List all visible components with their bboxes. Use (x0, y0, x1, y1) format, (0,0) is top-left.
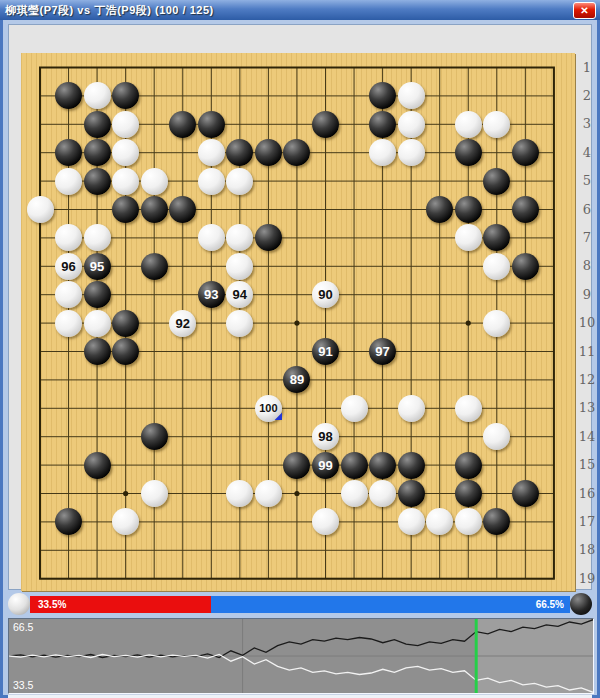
stone-black-N16 (398, 480, 425, 507)
stone-black-M11: 97 (369, 338, 396, 365)
stone-black-C11 (84, 338, 111, 365)
row-label-10: 10 (575, 315, 599, 330)
row-label-5: 5 (575, 173, 599, 188)
white-stone-icon (8, 593, 30, 615)
move-number: 89 (290, 373, 304, 386)
move-number: 90 (318, 288, 332, 301)
winrate-plot (9, 619, 593, 693)
row-label-4: 4 (575, 145, 599, 160)
stone-black-P6 (455, 196, 482, 223)
graph-black-value: 66.5 (13, 621, 33, 633)
stone-black-P16 (455, 480, 482, 507)
black-winrate-label: 66.5% (536, 599, 564, 610)
stone-white-G7 (198, 224, 225, 251)
window-title: 柳琪瑩(P7段) vs 丁浩(P9段) (100 / 125) (5, 3, 214, 18)
stone-black-F3 (169, 111, 196, 138)
stone-white-F10: 92 (169, 310, 196, 337)
stone-white-N4 (398, 139, 425, 166)
stone-white-L13 (341, 395, 368, 422)
stone-black-L15 (341, 452, 368, 479)
stone-black-G9: 93 (198, 281, 225, 308)
stone-white-B5 (55, 168, 82, 195)
stone-white-P17 (455, 508, 482, 535)
stone-white-K9: 90 (312, 281, 339, 308)
black-winrate-segment: 66.5% (211, 596, 570, 613)
stone-black-O6 (426, 196, 453, 223)
close-icon[interactable]: ✕ (573, 2, 596, 19)
move-number: 99 (318, 459, 332, 472)
white-winrate-segment: 33.5% (30, 596, 211, 613)
stone-black-M3 (369, 111, 396, 138)
winrate-track: 33.5% 66.5% (30, 596, 570, 613)
stone-black-M15 (369, 452, 396, 479)
stone-white-N17 (398, 508, 425, 535)
move-number: 91 (318, 345, 332, 358)
stone-black-G3 (198, 111, 225, 138)
stone-black-N15 (398, 452, 425, 479)
stone-white-Q8 (483, 253, 510, 280)
row-label-12: 12 (575, 372, 599, 387)
move-number: 98 (318, 430, 332, 443)
stone-white-N2 (398, 82, 425, 109)
stone-white-C10 (84, 310, 111, 337)
stone-black-J15 (283, 452, 310, 479)
board-frame: 9695939490929197891009899 ABCDEFGHIJKLMN… (8, 24, 592, 590)
stone-white-N13 (398, 395, 425, 422)
stone-white-I16 (255, 480, 282, 507)
stone-black-C15 (84, 452, 111, 479)
black-stone-icon (570, 593, 592, 615)
winrate-graph[interactable]: 66.5 33.5 (8, 618, 594, 694)
stone-white-B10 (55, 310, 82, 337)
stone-white-P7 (455, 224, 482, 251)
move-number: 93 (204, 288, 218, 301)
stone-white-C2 (84, 82, 111, 109)
stone-white-B8: 96 (55, 253, 82, 280)
row-label-7: 7 (575, 230, 599, 245)
stone-black-C5 (84, 168, 111, 195)
stone-white-A6 (27, 196, 54, 223)
stone-white-L16 (341, 480, 368, 507)
row-label-13: 13 (575, 400, 599, 415)
stone-white-H5 (226, 168, 253, 195)
stone-white-Q10 (483, 310, 510, 337)
stone-white-G5 (198, 168, 225, 195)
stone-white-E16 (141, 480, 168, 507)
move-number: 95 (90, 260, 104, 273)
stone-black-E6 (141, 196, 168, 223)
stone-black-R16 (512, 480, 539, 507)
stone-white-N3 (398, 111, 425, 138)
row-label-17: 17 (575, 514, 599, 529)
go-board[interactable]: 9695939490929197891009899 (21, 53, 575, 591)
stone-black-K3 (312, 111, 339, 138)
stone-black-C3 (84, 111, 111, 138)
move-number: 100 (259, 403, 277, 414)
stone-white-Q3 (483, 111, 510, 138)
move-number: 96 (61, 260, 75, 273)
stone-black-D11 (112, 338, 139, 365)
stone-black-I4 (255, 139, 282, 166)
title-bar: 柳琪瑩(P7段) vs 丁浩(P9段) (100 / 125) ✕ (0, 0, 600, 20)
row-label-2: 2 (575, 88, 599, 103)
go-review-window: 柳琪瑩(P7段) vs 丁浩(P9段) (100 / 125) ✕ 969593… (0, 0, 600, 698)
stone-black-D10 (112, 310, 139, 337)
winrate-bar: 33.5% 66.5% (8, 595, 592, 614)
stone-white-G4 (198, 139, 225, 166)
stone-white-C7 (84, 224, 111, 251)
stone-black-Q5 (483, 168, 510, 195)
row-label-3: 3 (575, 116, 599, 131)
graph-white-value: 33.5 (13, 679, 33, 691)
row-labels: 12345678910111213141516171819 (575, 53, 599, 591)
row-label-11: 11 (575, 344, 599, 359)
stone-black-C8: 95 (84, 253, 111, 280)
stone-black-E8 (141, 253, 168, 280)
stone-white-D3 (112, 111, 139, 138)
row-label-9: 9 (575, 287, 599, 302)
row-label-19: 19 (575, 571, 599, 586)
move-number: 92 (176, 317, 190, 330)
row-label-8: 8 (575, 258, 599, 273)
stone-white-P13 (455, 395, 482, 422)
move-number: 94 (233, 288, 247, 301)
stone-white-P3 (455, 111, 482, 138)
row-label-6: 6 (575, 202, 599, 217)
row-label-15: 15 (575, 457, 599, 472)
row-label-16: 16 (575, 486, 599, 501)
stone-white-H10 (226, 310, 253, 337)
row-label-1: 1 (575, 60, 599, 75)
row-label-14: 14 (575, 429, 599, 444)
stone-black-C4 (84, 139, 111, 166)
stone-white-K14: 98 (312, 423, 339, 450)
stone-black-K15: 99 (312, 452, 339, 479)
stone-white-E5 (141, 168, 168, 195)
stone-black-C9 (84, 281, 111, 308)
stone-black-P4 (455, 139, 482, 166)
stone-black-R8 (512, 253, 539, 280)
stone-black-D6 (112, 196, 139, 223)
status-strip (8, 694, 592, 698)
move-number: 97 (375, 345, 389, 358)
stone-white-H8 (226, 253, 253, 280)
stone-black-R6 (512, 196, 539, 223)
stone-black-K11: 91 (312, 338, 339, 365)
stone-white-M16 (369, 480, 396, 507)
stone-black-E14 (141, 423, 168, 450)
row-label-18: 18 (575, 542, 599, 557)
white-winrate-label: 33.5% (38, 599, 66, 610)
stone-black-R4 (512, 139, 539, 166)
stone-black-P15 (455, 452, 482, 479)
stone-white-D5 (112, 168, 139, 195)
